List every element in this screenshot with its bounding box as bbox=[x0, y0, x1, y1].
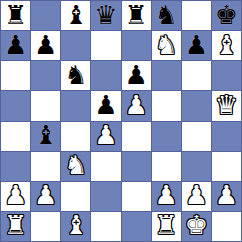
square-g3[interactable] bbox=[182, 152, 211, 181]
square-f7[interactable]: ♞ bbox=[152, 31, 181, 60]
square-d5[interactable]: ♟ bbox=[91, 91, 120, 120]
square-h4[interactable] bbox=[212, 122, 241, 151]
piece-black-knight: ♞ bbox=[155, 2, 178, 28]
piece-white-pawn: ♟ bbox=[124, 92, 147, 118]
piece-white-king: ♚ bbox=[185, 212, 208, 238]
square-b3[interactable] bbox=[31, 152, 60, 181]
square-a5[interactable] bbox=[1, 91, 30, 120]
square-e5[interactable]: ♟ bbox=[122, 91, 151, 120]
square-e8[interactable]: ♜ bbox=[122, 1, 151, 30]
piece-black-pawn: ♟ bbox=[185, 32, 208, 58]
square-c7[interactable] bbox=[61, 31, 90, 60]
square-h8[interactable]: ♚ bbox=[212, 1, 241, 30]
square-d8[interactable]: ♛ bbox=[91, 1, 120, 30]
piece-white-pawn: ♟ bbox=[215, 182, 238, 208]
piece-white-pawn: ♟ bbox=[34, 182, 57, 208]
square-f4[interactable] bbox=[152, 122, 181, 151]
square-f6[interactable] bbox=[152, 61, 181, 90]
square-a6[interactable] bbox=[1, 61, 30, 90]
square-h5[interactable]: ♛ bbox=[212, 91, 241, 120]
piece-white-pawn: ♟ bbox=[4, 182, 27, 208]
square-e6[interactable]: ♟ bbox=[122, 61, 151, 90]
piece-black-rook: ♜ bbox=[4, 2, 27, 28]
piece-white-pawn: ♟ bbox=[185, 182, 208, 208]
square-h6[interactable] bbox=[212, 61, 241, 90]
piece-black-king: ♚ bbox=[215, 2, 238, 28]
chess-board-window: ♜♝♛♜♞♚♟♟♞♟♝♞♟♟♟♛♝♟♞♟♟♟♟♟♜♝♜♚ bbox=[0, 0, 242, 242]
square-g5[interactable] bbox=[182, 91, 211, 120]
piece-white-knight: ♞ bbox=[64, 152, 87, 178]
square-b5[interactable] bbox=[31, 91, 60, 120]
piece-black-bishop: ♝ bbox=[64, 2, 87, 28]
piece-black-knight: ♞ bbox=[64, 62, 87, 88]
square-d1[interactable] bbox=[91, 212, 120, 241]
square-e4[interactable] bbox=[122, 122, 151, 151]
square-g8[interactable] bbox=[182, 1, 211, 30]
square-b2[interactable]: ♟ bbox=[31, 182, 60, 211]
piece-white-queen: ♛ bbox=[215, 92, 238, 118]
square-a7[interactable]: ♟ bbox=[1, 31, 30, 60]
square-g6[interactable] bbox=[182, 61, 211, 90]
square-c1[interactable]: ♝ bbox=[61, 212, 90, 241]
square-b6[interactable] bbox=[31, 61, 60, 90]
piece-white-bishop: ♝ bbox=[215, 32, 238, 58]
square-d4[interactable]: ♟ bbox=[91, 122, 120, 151]
square-h7[interactable]: ♝ bbox=[212, 31, 241, 60]
square-c8[interactable]: ♝ bbox=[61, 1, 90, 30]
square-c3[interactable]: ♞ bbox=[61, 152, 90, 181]
piece-white-pawn: ♟ bbox=[94, 122, 117, 148]
square-f3[interactable] bbox=[152, 152, 181, 181]
square-b8[interactable] bbox=[31, 1, 60, 30]
square-d7[interactable] bbox=[91, 31, 120, 60]
square-d6[interactable] bbox=[91, 61, 120, 90]
square-d3[interactable] bbox=[91, 152, 120, 181]
piece-black-bishop: ♝ bbox=[34, 122, 57, 148]
square-f5[interactable] bbox=[152, 91, 181, 120]
piece-black-queen: ♛ bbox=[94, 2, 117, 28]
square-h3[interactable] bbox=[212, 152, 241, 181]
square-g4[interactable] bbox=[182, 122, 211, 151]
square-g1[interactable]: ♚ bbox=[182, 212, 211, 241]
piece-black-pawn: ♟ bbox=[94, 92, 117, 118]
square-e3[interactable] bbox=[122, 152, 151, 181]
square-g7[interactable]: ♟ bbox=[182, 31, 211, 60]
piece-black-rook: ♜ bbox=[124, 2, 147, 28]
square-b1[interactable] bbox=[31, 212, 60, 241]
piece-black-pawn: ♟ bbox=[124, 62, 147, 88]
square-c2[interactable] bbox=[61, 182, 90, 211]
square-a1[interactable]: ♜ bbox=[1, 212, 30, 241]
square-c5[interactable] bbox=[61, 91, 90, 120]
square-b7[interactable]: ♟ bbox=[31, 31, 60, 60]
square-e2[interactable] bbox=[122, 182, 151, 211]
square-a4[interactable] bbox=[1, 122, 30, 151]
piece-white-knight: ♞ bbox=[155, 32, 178, 58]
square-c6[interactable]: ♞ bbox=[61, 61, 90, 90]
square-a8[interactable]: ♜ bbox=[1, 1, 30, 30]
square-d2[interactable] bbox=[91, 182, 120, 211]
piece-black-pawn: ♟ bbox=[4, 32, 27, 58]
piece-white-bishop: ♝ bbox=[64, 212, 87, 238]
square-h1[interactable] bbox=[212, 212, 241, 241]
square-c4[interactable] bbox=[61, 122, 90, 151]
square-e1[interactable] bbox=[122, 212, 151, 241]
piece-white-rook: ♜ bbox=[4, 212, 27, 238]
square-g2[interactable]: ♟ bbox=[182, 182, 211, 211]
square-a2[interactable]: ♟ bbox=[1, 182, 30, 211]
chess-board: ♜♝♛♜♞♚♟♟♞♟♝♞♟♟♟♛♝♟♞♟♟♟♟♟♜♝♜♚ bbox=[0, 0, 242, 242]
square-a3[interactable] bbox=[1, 152, 30, 181]
square-b4[interactable]: ♝ bbox=[31, 122, 60, 151]
piece-black-pawn: ♟ bbox=[34, 32, 57, 58]
square-f2[interactable]: ♟ bbox=[152, 182, 181, 211]
square-f1[interactable]: ♜ bbox=[152, 212, 181, 241]
piece-white-pawn: ♟ bbox=[155, 182, 178, 208]
square-f8[interactable]: ♞ bbox=[152, 1, 181, 30]
piece-white-rook: ♜ bbox=[155, 212, 178, 238]
square-h2[interactable]: ♟ bbox=[212, 182, 241, 211]
square-e7[interactable] bbox=[122, 31, 151, 60]
